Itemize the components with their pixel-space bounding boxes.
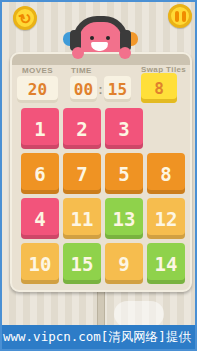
time-separator: : — [97, 78, 104, 102]
tile-2[interactable]: 2 — [63, 108, 101, 149]
mascot-hand-left — [72, 47, 84, 59]
tile-14[interactable]: 14 — [147, 243, 185, 284]
cloud-shape — [114, 301, 164, 327]
tile-11[interactable]: 11 — [63, 198, 101, 239]
tile-6[interactable]: 6 — [21, 153, 59, 194]
game-screen: ↻ MOVES 20 TIME 00 : 15 Swap Tiles 8 123… — [0, 0, 197, 351]
tile-5[interactable]: 5 — [105, 153, 143, 194]
time-minutes: 00 — [70, 76, 97, 102]
empty-cell — [147, 108, 185, 149]
swap-tiles-button[interactable]: 8 — [141, 73, 177, 103]
tile-8[interactable]: 8 — [147, 153, 185, 194]
mascot-hand-right — [119, 47, 131, 59]
tile-grid: 123675841113121015914 — [21, 108, 185, 284]
pause-icon — [175, 11, 186, 22]
pause-button[interactable] — [168, 4, 192, 28]
tile-4[interactable]: 4 — [21, 198, 59, 239]
tile-10[interactable]: 10 — [21, 243, 59, 284]
time-label: TIME — [71, 66, 92, 75]
tile-7[interactable]: 7 — [63, 153, 101, 194]
tile-15[interactable]: 15 — [63, 243, 101, 284]
restart-button[interactable]: ↻ — [13, 6, 37, 30]
tile-1[interactable]: 1 — [21, 108, 59, 149]
mascot-mouth — [91, 42, 108, 51]
tile-3[interactable]: 3 — [105, 108, 143, 149]
moves-label: MOVES — [22, 66, 53, 75]
tile-9[interactable]: 9 — [105, 243, 143, 284]
tile-13[interactable]: 13 — [105, 198, 143, 239]
restart-icon: ↻ — [17, 9, 34, 27]
tile-12[interactable]: 12 — [147, 198, 185, 239]
board-stand-pole — [97, 290, 105, 330]
puzzle-board: MOVES 20 TIME 00 : 15 Swap Tiles 8 12367… — [10, 52, 192, 292]
watermark-text: www.vipcn.com[清风网络]提供 — [2, 325, 195, 349]
board-top-edge — [12, 54, 190, 65]
time-seconds: 15 — [104, 76, 131, 102]
moves-counter: 20 — [17, 76, 58, 103]
